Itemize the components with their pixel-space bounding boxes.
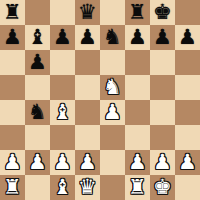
square-g4[interactable]	[150, 100, 175, 125]
square-h7[interactable]: ♟	[175, 25, 200, 50]
square-f3[interactable]	[125, 125, 150, 150]
piece-white-pawn[interactable]: ♟	[103, 100, 122, 125]
piece-black-pawn[interactable]: ♟	[53, 25, 72, 50]
square-b7[interactable]: ♝	[25, 25, 50, 50]
square-b3[interactable]	[25, 125, 50, 150]
square-e8[interactable]	[100, 0, 125, 25]
square-a4[interactable]	[0, 100, 25, 125]
square-g7[interactable]: ♟	[150, 25, 175, 50]
square-f4[interactable]	[125, 100, 150, 125]
piece-black-pawn[interactable]: ♟	[178, 25, 197, 50]
square-c4[interactable]: ♝	[50, 100, 75, 125]
square-a7[interactable]: ♟	[0, 25, 25, 50]
square-f5[interactable]	[125, 75, 150, 100]
square-e5[interactable]: ♞	[100, 75, 125, 100]
square-d2[interactable]: ♟	[75, 150, 100, 175]
square-a8[interactable]: ♜	[0, 0, 25, 25]
square-d3[interactable]	[75, 125, 100, 150]
square-a2[interactable]: ♟	[0, 150, 25, 175]
square-b2[interactable]: ♟	[25, 150, 50, 175]
piece-black-knight[interactable]: ♞	[103, 25, 122, 50]
square-h8[interactable]	[175, 0, 200, 25]
square-d6[interactable]	[75, 50, 100, 75]
chess-board: ♜♛♜♚♟♝♟♟♞♟♟♟♟♞♞♝♟♟♟♟♟♟♟♟♜♝♛♜♚	[0, 0, 200, 200]
piece-white-pawn[interactable]: ♟	[78, 150, 97, 175]
square-f1[interactable]: ♜	[125, 175, 150, 200]
piece-white-pawn[interactable]: ♟	[178, 150, 197, 175]
piece-black-pawn[interactable]: ♟	[3, 25, 22, 50]
square-c5[interactable]	[50, 75, 75, 100]
square-e3[interactable]	[100, 125, 125, 150]
piece-white-rook[interactable]: ♜	[128, 175, 147, 200]
square-f6[interactable]	[125, 50, 150, 75]
piece-black-knight[interactable]: ♞	[28, 100, 47, 125]
square-d5[interactable]	[75, 75, 100, 100]
square-e7[interactable]: ♞	[100, 25, 125, 50]
piece-white-pawn[interactable]: ♟	[153, 150, 172, 175]
square-b6[interactable]: ♟	[25, 50, 50, 75]
square-e4[interactable]: ♟	[100, 100, 125, 125]
piece-white-pawn[interactable]: ♟	[3, 150, 22, 175]
square-g8[interactable]: ♚	[150, 0, 175, 25]
square-h4[interactable]	[175, 100, 200, 125]
square-a6[interactable]	[0, 50, 25, 75]
piece-white-pawn[interactable]: ♟	[28, 150, 47, 175]
square-c6[interactable]	[50, 50, 75, 75]
piece-black-pawn[interactable]: ♟	[78, 25, 97, 50]
square-h2[interactable]: ♟	[175, 150, 200, 175]
square-h5[interactable]	[175, 75, 200, 100]
square-h6[interactable]	[175, 50, 200, 75]
square-a5[interactable]	[0, 75, 25, 100]
piece-black-bishop[interactable]: ♝	[28, 25, 47, 50]
square-e6[interactable]	[100, 50, 125, 75]
square-f2[interactable]: ♟	[125, 150, 150, 175]
square-d7[interactable]: ♟	[75, 25, 100, 50]
piece-black-rook[interactable]: ♜	[128, 0, 147, 25]
square-f8[interactable]: ♜	[125, 0, 150, 25]
square-d4[interactable]	[75, 100, 100, 125]
piece-black-rook[interactable]: ♜	[3, 0, 22, 25]
piece-white-bishop[interactable]: ♝	[53, 175, 72, 200]
square-h3[interactable]	[175, 125, 200, 150]
piece-black-king[interactable]: ♚	[153, 0, 172, 25]
square-g2[interactable]: ♟	[150, 150, 175, 175]
square-b5[interactable]	[25, 75, 50, 100]
square-b8[interactable]	[25, 0, 50, 25]
piece-black-pawn[interactable]: ♟	[28, 50, 47, 75]
square-c3[interactable]	[50, 125, 75, 150]
piece-black-pawn[interactable]: ♟	[128, 25, 147, 50]
piece-white-king[interactable]: ♚	[153, 175, 172, 200]
square-e1[interactable]	[100, 175, 125, 200]
square-a3[interactable]	[0, 125, 25, 150]
square-c7[interactable]: ♟	[50, 25, 75, 50]
square-g6[interactable]	[150, 50, 175, 75]
square-b1[interactable]	[25, 175, 50, 200]
square-g5[interactable]	[150, 75, 175, 100]
square-b4[interactable]: ♞	[25, 100, 50, 125]
square-h1[interactable]	[175, 175, 200, 200]
square-c2[interactable]: ♟	[50, 150, 75, 175]
piece-white-pawn[interactable]: ♟	[128, 150, 147, 175]
piece-black-queen[interactable]: ♛	[78, 0, 97, 25]
piece-white-queen[interactable]: ♛	[78, 175, 97, 200]
square-g1[interactable]: ♚	[150, 175, 175, 200]
piece-white-bishop[interactable]: ♝	[53, 100, 72, 125]
square-d1[interactable]: ♛	[75, 175, 100, 200]
square-d8[interactable]: ♛	[75, 0, 100, 25]
square-c1[interactable]: ♝	[50, 175, 75, 200]
piece-white-pawn[interactable]: ♟	[53, 150, 72, 175]
square-g3[interactable]	[150, 125, 175, 150]
piece-white-rook[interactable]: ♜	[3, 175, 22, 200]
piece-black-pawn[interactable]: ♟	[153, 25, 172, 50]
square-e2[interactable]	[100, 150, 125, 175]
square-a1[interactable]: ♜	[0, 175, 25, 200]
square-c8[interactable]	[50, 0, 75, 25]
piece-white-knight[interactable]: ♞	[103, 75, 122, 100]
square-f7[interactable]: ♟	[125, 25, 150, 50]
